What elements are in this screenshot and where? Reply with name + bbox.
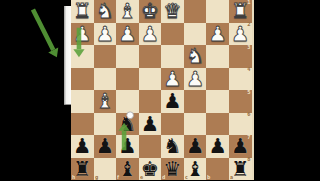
file-label-g: g <box>95 175 98 180</box>
scrollbar-strip[interactable] <box>64 6 71 105</box>
square-f8[interactable]: ♝f <box>116 158 139 181</box>
piece-white-rook[interactable]: ♜ <box>71 0 94 23</box>
square-e8[interactable]: ♚e <box>139 158 162 181</box>
square-d2[interactable] <box>161 23 184 46</box>
letterbox-right <box>253 0 320 180</box>
square-h4[interactable] <box>71 68 94 91</box>
square-f7[interactable]: ♟ <box>116 135 139 158</box>
rank-label-2: 2 <box>248 23 251 28</box>
square-f2[interactable]: ♟ <box>116 23 139 46</box>
square-e3[interactable] <box>139 45 162 68</box>
square-f1[interactable]: ♝ <box>116 0 139 23</box>
square-h8[interactable]: ♜h <box>71 158 94 181</box>
square-b2[interactable]: ♟ <box>206 23 229 46</box>
piece-black-pawn[interactable]: ♟ <box>161 90 184 113</box>
file-label-b: b <box>207 175 210 180</box>
square-d1[interactable]: ♛ <box>161 0 184 23</box>
square-a2[interactable]: ♟2 <box>229 23 252 46</box>
piece-black-pawn[interactable]: ♟ <box>116 135 139 158</box>
square-h5[interactable] <box>71 90 94 113</box>
piece-white-pawn[interactable]: ♟ <box>94 23 117 46</box>
piece-black-pawn[interactable]: ♟ <box>71 135 94 158</box>
square-f5[interactable] <box>116 90 139 113</box>
piece-white-pawn[interactable]: ♟ <box>139 23 162 46</box>
piece-black-pawn[interactable]: ♟ <box>184 135 207 158</box>
square-d6[interactable] <box>161 113 184 136</box>
square-b3[interactable] <box>206 45 229 68</box>
video-frame: ♜♞♝♚♛♜1♟♟♟♟♟♟2♞3♟♟4♝♟5♞♟6♟♟♟♞♟♟♟7♜hg♝f♚e… <box>0 0 320 180</box>
rank-label-4: 4 <box>248 68 251 73</box>
square-d5[interactable]: ♟ <box>161 90 184 113</box>
piece-white-bishop[interactable]: ♝ <box>94 90 117 113</box>
square-g3[interactable] <box>94 45 117 68</box>
square-a3[interactable]: 3 <box>229 45 252 68</box>
file-label-e: e <box>140 175 143 180</box>
square-b5[interactable] <box>206 90 229 113</box>
square-f4[interactable] <box>116 68 139 91</box>
piece-black-knight[interactable]: ♞ <box>116 113 139 136</box>
rank-label-1: 1 <box>248 1 251 6</box>
chess-board[interactable]: ♜♞♝♚♛♜1♟♟♟♟♟♟2♞3♟♟4♝♟5♞♟6♟♟♟♞♟♟♟7♜hg♝f♚e… <box>71 0 254 180</box>
square-c2[interactable] <box>184 23 207 46</box>
rank-label-8: 8 <box>248 158 251 163</box>
square-e5[interactable] <box>139 90 162 113</box>
square-g7[interactable]: ♟ <box>94 135 117 158</box>
piece-black-pawn[interactable]: ♟ <box>139 113 162 136</box>
file-label-d: d <box>162 175 165 180</box>
square-g4[interactable] <box>94 68 117 91</box>
square-g8[interactable]: g <box>94 158 117 181</box>
piece-black-knight[interactable]: ♞ <box>161 135 184 158</box>
square-b6[interactable] <box>206 113 229 136</box>
square-h7[interactable]: ♟ <box>71 135 94 158</box>
square-a6[interactable]: 6 <box>229 113 252 136</box>
square-b8[interactable]: b <box>206 158 229 181</box>
piece-black-pawn[interactable]: ♟ <box>206 135 229 158</box>
square-c8[interactable]: ♝c <box>184 158 207 181</box>
square-f6[interactable]: ♞ <box>116 113 139 136</box>
square-h6[interactable] <box>71 113 94 136</box>
square-a1[interactable]: ♜1 <box>229 0 252 23</box>
rank-label-6: 6 <box>248 113 251 118</box>
square-b1[interactable] <box>206 0 229 23</box>
piece-white-pawn[interactable]: ♟ <box>71 23 94 46</box>
square-e7[interactable] <box>139 135 162 158</box>
square-c3[interactable]: ♞ <box>184 45 207 68</box>
square-e4[interactable] <box>139 68 162 91</box>
square-b7[interactable]: ♟ <box>206 135 229 158</box>
square-d4[interactable]: ♟ <box>161 68 184 91</box>
file-label-h: h <box>72 175 75 180</box>
piece-white-pawn[interactable]: ♟ <box>161 68 184 91</box>
square-e1[interactable]: ♚ <box>139 0 162 23</box>
piece-white-pawn[interactable]: ♟ <box>184 68 207 91</box>
rank-label-3: 3 <box>248 46 251 51</box>
piece-black-pawn[interactable]: ♟ <box>94 135 117 158</box>
square-e6[interactable]: ♟ <box>139 113 162 136</box>
square-c7[interactable]: ♟ <box>184 135 207 158</box>
piece-white-pawn[interactable]: ♟ <box>116 23 139 46</box>
square-a8[interactable]: ♜8a <box>229 158 252 181</box>
letterbox-left <box>0 0 64 180</box>
piece-white-king[interactable]: ♚ <box>139 0 162 23</box>
piece-black-bishop[interactable]: ♝ <box>116 158 139 181</box>
square-c1[interactable] <box>184 0 207 23</box>
square-e2[interactable]: ♟ <box>139 23 162 46</box>
square-g1[interactable]: ♞ <box>94 0 117 23</box>
square-h1[interactable]: ♜ <box>71 0 94 23</box>
rank-label-7: 7 <box>248 136 251 141</box>
square-g6[interactable] <box>94 113 117 136</box>
square-a5[interactable]: 5 <box>229 90 252 113</box>
square-c4[interactable]: ♟ <box>184 68 207 91</box>
piece-white-knight[interactable]: ♞ <box>184 45 207 68</box>
square-d3[interactable] <box>161 45 184 68</box>
square-d7[interactable]: ♞ <box>161 135 184 158</box>
square-b4[interactable] <box>206 68 229 91</box>
piece-white-pawn[interactable]: ♟ <box>206 23 229 46</box>
file-label-c: c <box>185 175 188 180</box>
square-d8[interactable]: ♛d <box>161 158 184 181</box>
square-c5[interactable] <box>184 90 207 113</box>
square-c6[interactable] <box>184 113 207 136</box>
square-g2[interactable]: ♟ <box>94 23 117 46</box>
file-label-a: a <box>230 175 233 180</box>
file-label-f: f <box>117 175 119 180</box>
piece-white-bishop[interactable]: ♝ <box>116 0 139 23</box>
square-a4[interactable]: 4 <box>229 68 252 91</box>
piece-white-queen[interactable]: ♛ <box>161 0 184 23</box>
rank-label-5: 5 <box>248 91 251 96</box>
square-a7[interactable]: ♟7 <box>229 135 252 158</box>
square-h3[interactable] <box>71 45 94 68</box>
square-f3[interactable] <box>116 45 139 68</box>
piece-white-knight[interactable]: ♞ <box>94 0 117 23</box>
square-g5[interactable]: ♝ <box>94 90 117 113</box>
square-h2[interactable]: ♟ <box>71 23 94 46</box>
